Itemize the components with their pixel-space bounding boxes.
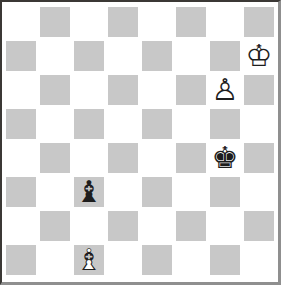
square-h4[interactable]	[242, 141, 276, 175]
square-f8[interactable]	[174, 5, 208, 39]
square-e5[interactable]	[140, 107, 174, 141]
square-f3[interactable]	[174, 175, 208, 209]
white-pawn-icon: ♙	[208, 73, 242, 107]
white-bishop-icon: ♗	[72, 243, 106, 277]
square-h7[interactable]: ♚♔	[242, 39, 276, 73]
square-g5[interactable]	[208, 107, 242, 141]
square-g2[interactable]	[208, 209, 242, 243]
square-a2[interactable]	[4, 209, 38, 243]
square-d6[interactable]	[106, 73, 140, 107]
square-b2[interactable]	[38, 209, 72, 243]
square-g7[interactable]	[208, 39, 242, 73]
square-d7[interactable]	[106, 39, 140, 73]
square-d2[interactable]	[106, 209, 140, 243]
square-e6[interactable]	[140, 73, 174, 107]
square-a4[interactable]	[4, 141, 38, 175]
square-a3[interactable]	[4, 175, 38, 209]
square-f1[interactable]	[174, 243, 208, 277]
square-c8[interactable]	[72, 5, 106, 39]
square-c7[interactable]	[72, 39, 106, 73]
square-h5[interactable]	[242, 107, 276, 141]
square-h6[interactable]	[242, 73, 276, 107]
square-c6[interactable]	[72, 73, 106, 107]
square-g6[interactable]: ♟♙	[208, 73, 242, 107]
square-c1[interactable]: ♝♗	[72, 243, 106, 277]
square-c3[interactable]: ♝	[72, 175, 106, 209]
square-h3[interactable]	[242, 175, 276, 209]
square-h1[interactable]	[242, 243, 276, 277]
square-h8[interactable]	[242, 5, 276, 39]
square-e8[interactable]	[140, 5, 174, 39]
square-d3[interactable]	[106, 175, 140, 209]
square-g4[interactable]: ♚	[208, 141, 242, 175]
square-g3[interactable]	[208, 175, 242, 209]
square-d5[interactable]	[106, 107, 140, 141]
square-b6[interactable]	[38, 73, 72, 107]
square-b7[interactable]	[38, 39, 72, 73]
square-d1[interactable]	[106, 243, 140, 277]
black-bishop-piece: ♝	[72, 175, 106, 209]
square-g1[interactable]	[208, 243, 242, 277]
white-pawn-piece: ♟♙	[208, 73, 242, 107]
chess-board-frame: ♚♔♟♙♚♝♝♗	[0, 0, 281, 285]
square-f5[interactable]	[174, 107, 208, 141]
square-f2[interactable]	[174, 209, 208, 243]
white-king-piece: ♚♔	[242, 39, 276, 73]
square-d8[interactable]	[106, 5, 140, 39]
square-c4[interactable]	[72, 141, 106, 175]
white-king-icon: ♔	[242, 39, 276, 73]
square-c5[interactable]	[72, 107, 106, 141]
black-bishop-icon: ♝	[72, 175, 106, 209]
square-a6[interactable]	[4, 73, 38, 107]
square-a1[interactable]	[4, 243, 38, 277]
square-b8[interactable]	[38, 5, 72, 39]
square-h2[interactable]	[242, 209, 276, 243]
square-e4[interactable]	[140, 141, 174, 175]
square-e1[interactable]	[140, 243, 174, 277]
black-king-piece: ♚	[208, 141, 242, 175]
square-c2[interactable]	[72, 209, 106, 243]
square-f7[interactable]	[174, 39, 208, 73]
chess-board: ♚♔♟♙♚♝♝♗	[4, 5, 276, 277]
square-e2[interactable]	[140, 209, 174, 243]
square-e3[interactable]	[140, 175, 174, 209]
white-bishop-piece: ♝♗	[72, 243, 106, 277]
square-b5[interactable]	[38, 107, 72, 141]
square-a7[interactable]	[4, 39, 38, 73]
square-e7[interactable]	[140, 39, 174, 73]
black-king-icon: ♚	[208, 141, 242, 175]
square-b4[interactable]	[38, 141, 72, 175]
square-d4[interactable]	[106, 141, 140, 175]
square-f6[interactable]	[174, 73, 208, 107]
square-a5[interactable]	[4, 107, 38, 141]
square-b1[interactable]	[38, 243, 72, 277]
square-a8[interactable]	[4, 5, 38, 39]
square-b3[interactable]	[38, 175, 72, 209]
square-g8[interactable]	[208, 5, 242, 39]
square-f4[interactable]	[174, 141, 208, 175]
